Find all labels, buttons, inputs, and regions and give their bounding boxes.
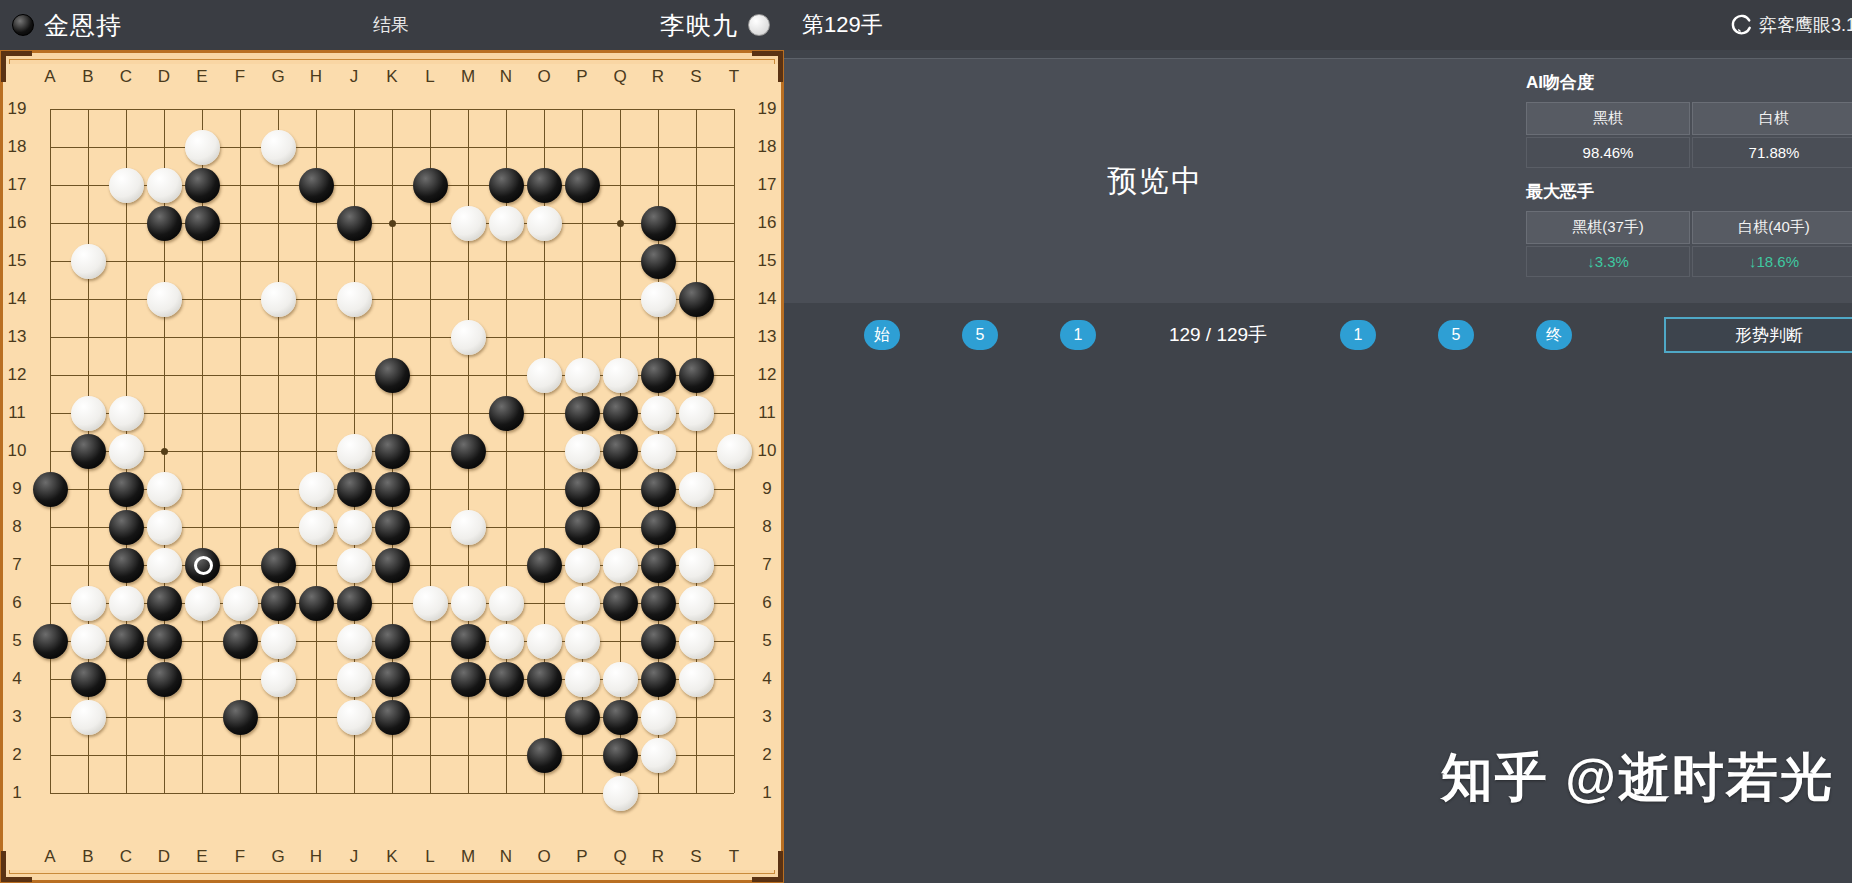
row-labels-right: 19181716151413121110987654321 <box>753 90 781 812</box>
analysis-panel: 第129手 弈客鹰眼3.1 预览中 AI吻合度 黑棋 白棋 98.46% 71.… <box>784 0 1852 883</box>
stone-black[interactable] <box>527 548 562 583</box>
stone-white[interactable] <box>109 396 144 431</box>
stone-black[interactable] <box>565 168 600 203</box>
preview-box: 预览中 AI吻合度 黑棋 白棋 98.46% 71.88% 最大恶手 黑棋(37… <box>784 58 1852 303</box>
nav-to-end-button[interactable]: 终 <box>1536 320 1572 350</box>
stone-white[interactable] <box>71 624 106 659</box>
stone-white[interactable] <box>261 662 296 697</box>
stone-black[interactable] <box>527 738 562 773</box>
row-label: 6 <box>3 584 31 622</box>
preview-status-text: 预览中 <box>1107 161 1203 202</box>
column-label: P <box>563 844 601 870</box>
stone-black[interactable] <box>375 510 410 545</box>
column-label: A <box>31 844 69 870</box>
stone-black[interactable] <box>299 168 334 203</box>
column-label: J <box>335 844 373 870</box>
star-point <box>617 220 624 227</box>
stone-black[interactable] <box>109 472 144 507</box>
black-player-name: 金恩持 <box>44 9 122 42</box>
stone-white[interactable] <box>337 700 372 735</box>
column-label: L <box>411 64 449 90</box>
row-label: 16 <box>753 204 781 242</box>
stone-black[interactable] <box>413 168 448 203</box>
stone-white[interactable] <box>603 548 638 583</box>
column-label: E <box>183 64 221 90</box>
stone-black[interactable] <box>603 434 638 469</box>
row-label: 3 <box>3 698 31 736</box>
app-window: 金恩持 结果 李映九 ABCDEFGHJKLMNOPQRST ABCDEFGHJ… <box>0 0 1852 883</box>
stone-black[interactable] <box>185 168 220 203</box>
stone-white[interactable] <box>147 510 182 545</box>
stone-black[interactable] <box>109 624 144 659</box>
worst-move-white-value: ↓18.6% <box>1692 246 1852 277</box>
stone-black[interactable] <box>565 510 600 545</box>
white-player-name: 李映九 <box>660 9 738 42</box>
stone-white[interactable] <box>451 206 486 241</box>
row-label: 6 <box>753 584 781 622</box>
stone-black[interactable] <box>565 700 600 735</box>
stone-white[interactable] <box>337 624 372 659</box>
row-label: 1 <box>3 774 31 812</box>
engine-name: 弈客鹰眼3.1 <box>1759 13 1852 37</box>
worst-move-col-black: 黑棋(37手) <box>1526 211 1690 244</box>
worst-move-black-value: ↓3.3% <box>1526 246 1690 277</box>
stone-black[interactable] <box>375 358 410 393</box>
ai-match-table: 黑棋 白棋 98.46% 71.88% <box>1526 102 1852 168</box>
stone-white[interactable] <box>679 662 714 697</box>
column-label: N <box>487 64 525 90</box>
stone-white[interactable] <box>185 130 220 165</box>
move-number-label: 第129手 <box>802 10 883 40</box>
stone-white[interactable] <box>717 434 752 469</box>
column-label: A <box>31 64 69 90</box>
row-label: 2 <box>3 736 31 774</box>
stone-white[interactable] <box>109 434 144 469</box>
board-panel: 金恩持 结果 李映九 ABCDEFGHJKLMNOPQRST ABCDEFGHJ… <box>0 0 784 883</box>
column-labels-bottom: ABCDEFGHJKLMNOPQRST <box>31 844 753 870</box>
row-label: 12 <box>3 356 31 394</box>
stone-white[interactable] <box>147 548 182 583</box>
ai-match-black-value: 98.46% <box>1526 137 1690 168</box>
worst-move-table: 黑棋(37手) 白棋(40手) ↓3.3% ↓18.6% <box>1526 211 1852 277</box>
preview-area: 预览中 <box>784 59 1526 303</box>
row-label: 13 <box>753 318 781 356</box>
stone-black[interactable] <box>641 510 676 545</box>
stone-white[interactable] <box>337 434 372 469</box>
stone-black[interactable] <box>223 700 258 735</box>
stone-white[interactable] <box>337 510 372 545</box>
stone-white[interactable] <box>71 586 106 621</box>
stone-white[interactable] <box>565 358 600 393</box>
row-label: 13 <box>3 318 31 356</box>
worst-move-col-white: 白棋(40手) <box>1692 211 1852 244</box>
stone-white[interactable] <box>489 586 524 621</box>
stone-white[interactable] <box>261 130 296 165</box>
stone-black[interactable] <box>337 586 372 621</box>
stone-black[interactable] <box>375 700 410 735</box>
stone-white[interactable] <box>679 548 714 583</box>
stone-white[interactable] <box>603 358 638 393</box>
row-label: 9 <box>753 470 781 508</box>
row-labels-left: 19181716151413121110987654321 <box>3 90 31 812</box>
row-label: 3 <box>753 698 781 736</box>
column-labels-top: ABCDEFGHJKLMNOPQRST <box>31 64 753 90</box>
stone-black[interactable] <box>603 396 638 431</box>
nav-back-1-button[interactable]: 1 <box>1060 320 1096 350</box>
stone-black[interactable] <box>33 472 68 507</box>
column-label: R <box>639 844 677 870</box>
stone-black[interactable] <box>375 472 410 507</box>
stone-white[interactable] <box>641 700 676 735</box>
stone-white[interactable] <box>565 434 600 469</box>
white-stone-icon <box>748 14 770 36</box>
stone-white[interactable] <box>641 738 676 773</box>
row-label: 4 <box>3 660 31 698</box>
stone-black[interactable] <box>489 168 524 203</box>
column-label: R <box>639 64 677 90</box>
column-label: M <box>449 64 487 90</box>
column-label: T <box>715 844 753 870</box>
stone-black[interactable] <box>641 586 676 621</box>
frame-corner-ornament <box>1 51 32 82</box>
stone-white[interactable] <box>261 282 296 317</box>
row-label: 15 <box>3 242 31 280</box>
stone-white[interactable] <box>603 662 638 697</box>
stone-black[interactable] <box>603 738 638 773</box>
stone-black[interactable] <box>223 624 258 659</box>
stone-white[interactable] <box>603 776 638 811</box>
column-label: J <box>335 64 373 90</box>
ai-match-title: AI吻合度 <box>1526 71 1852 94</box>
column-label: H <box>297 64 335 90</box>
column-label: M <box>449 844 487 870</box>
column-label: Q <box>601 64 639 90</box>
row-label: 17 <box>753 166 781 204</box>
stone-black[interactable] <box>147 586 182 621</box>
ai-match-col-black: 黑棋 <box>1526 102 1690 135</box>
frame-corner-ornament <box>1 851 32 882</box>
black-stone-icon <box>12 14 34 36</box>
players-bar: 金恩持 结果 李映九 <box>0 0 784 50</box>
engine-brand: 弈客鹰眼3.1 <box>1730 13 1852 37</box>
stone-black[interactable] <box>641 206 676 241</box>
board-frame: ABCDEFGHJKLMNOPQRST ABCDEFGHJKLMNOPQRST … <box>0 50 784 883</box>
stone-black[interactable] <box>641 244 676 279</box>
column-label: C <box>107 844 145 870</box>
stone-white[interactable] <box>565 586 600 621</box>
stone-black[interactable] <box>261 548 296 583</box>
stone-black[interactable] <box>565 472 600 507</box>
row-label: 11 <box>3 394 31 432</box>
stone-black[interactable] <box>527 662 562 697</box>
stone-white[interactable] <box>337 548 372 583</box>
row-label: 7 <box>753 546 781 584</box>
stone-white[interactable] <box>565 548 600 583</box>
column-label: F <box>221 844 259 870</box>
nav-forward-1-button[interactable]: 1 <box>1340 320 1376 350</box>
stone-black[interactable] <box>641 662 676 697</box>
analysis-header: 第129手 弈客鹰眼3.1 <box>784 0 1852 50</box>
nav-forward-5-button[interactable]: 5 <box>1438 320 1474 350</box>
column-label: K <box>373 844 411 870</box>
stone-white[interactable] <box>565 624 600 659</box>
row-label: 18 <box>753 128 781 166</box>
goban-with-coordinates: ABCDEFGHJKLMNOPQRST ABCDEFGHJKLMNOPQRST … <box>3 64 781 870</box>
stone-black-last-move[interactable] <box>185 548 220 583</box>
move-counter: 129 / 129手 <box>1158 322 1278 348</box>
stone-black[interactable] <box>337 206 372 241</box>
stone-white[interactable] <box>679 472 714 507</box>
stone-white[interactable] <box>565 662 600 697</box>
row-label: 15 <box>753 242 781 280</box>
row-label: 10 <box>753 432 781 470</box>
stone-black[interactable] <box>375 548 410 583</box>
row-label: 19 <box>753 90 781 128</box>
ai-stats: AI吻合度 黑棋 白棋 98.46% 71.88% 最大恶手 黑棋(37手) 白… <box>1526 59 1852 303</box>
watermark: 知乎 @逝时若光 <box>1441 743 1834 813</box>
stone-white[interactable] <box>223 586 258 621</box>
row-label: 10 <box>3 432 31 470</box>
column-label: F <box>221 64 259 90</box>
stone-white[interactable] <box>337 662 372 697</box>
result-label[interactable]: 结果 <box>122 13 660 37</box>
move-navigation: 始 5 1 129 / 129手 1 5 终 形势判断 <box>784 303 1852 367</box>
stone-black[interactable] <box>603 700 638 735</box>
row-label: 11 <box>753 394 781 432</box>
stone-white[interactable] <box>185 586 220 621</box>
stone-black[interactable] <box>109 548 144 583</box>
stone-white[interactable] <box>299 510 334 545</box>
row-label: 17 <box>3 166 31 204</box>
stone-black[interactable] <box>641 358 676 393</box>
row-label: 4 <box>753 660 781 698</box>
stone-black[interactable] <box>603 586 638 621</box>
column-label: C <box>107 64 145 90</box>
stone-white[interactable] <box>527 206 562 241</box>
row-label: 1 <box>753 774 781 812</box>
column-label: N <box>487 844 525 870</box>
column-label: G <box>259 844 297 870</box>
stone-black[interactable] <box>489 396 524 431</box>
row-label: 5 <box>3 622 31 660</box>
stone-black[interactable] <box>71 662 106 697</box>
star-point <box>389 220 396 227</box>
frame-corner-ornament <box>752 851 783 882</box>
stone-black[interactable] <box>489 662 524 697</box>
stone-black[interactable] <box>451 662 486 697</box>
last-move-marker <box>194 556 213 575</box>
stone-white[interactable] <box>109 168 144 203</box>
column-label: T <box>715 64 753 90</box>
column-label: S <box>677 844 715 870</box>
column-label: S <box>677 64 715 90</box>
stone-black[interactable] <box>375 434 410 469</box>
row-label: 14 <box>753 280 781 318</box>
stone-black[interactable] <box>565 396 600 431</box>
stone-black[interactable] <box>527 168 562 203</box>
row-label: 18 <box>3 128 31 166</box>
nav-back-5-button[interactable]: 5 <box>962 320 998 350</box>
row-label: 8 <box>3 508 31 546</box>
column-label: G <box>259 64 297 90</box>
eagle-eye-icon <box>1730 14 1752 36</box>
stone-white[interactable] <box>641 282 676 317</box>
stone-white[interactable] <box>71 244 106 279</box>
grid-vline <box>430 109 431 793</box>
stone-white[interactable] <box>451 510 486 545</box>
column-label: H <box>297 844 335 870</box>
column-label: L <box>411 844 449 870</box>
nav-to-start-button[interactable]: 始 <box>864 320 900 350</box>
stone-white[interactable] <box>679 396 714 431</box>
row-label: 16 <box>3 204 31 242</box>
stone-white[interactable] <box>261 624 296 659</box>
stone-black[interactable] <box>185 206 220 241</box>
stone-black[interactable] <box>641 472 676 507</box>
stone-white[interactable] <box>641 434 676 469</box>
stone-black[interactable] <box>375 624 410 659</box>
row-label: 8 <box>753 508 781 546</box>
stone-white[interactable] <box>679 624 714 659</box>
stone-white[interactable] <box>71 396 106 431</box>
row-label: 14 <box>3 280 31 318</box>
column-label: D <box>145 844 183 870</box>
column-label: B <box>69 64 107 90</box>
stone-black[interactable] <box>451 624 486 659</box>
goban[interactable] <box>31 90 753 812</box>
row-label: 9 <box>3 470 31 508</box>
stone-black[interactable] <box>299 586 334 621</box>
stone-black[interactable] <box>679 358 714 393</box>
stone-white[interactable] <box>71 700 106 735</box>
stone-white[interactable] <box>109 586 144 621</box>
worst-move-title: 最大恶手 <box>1526 180 1852 203</box>
stone-white[interactable] <box>489 624 524 659</box>
column-label: Q <box>601 844 639 870</box>
ai-match-col-white: 白棋 <box>1692 102 1852 135</box>
column-label: O <box>525 844 563 870</box>
column-label: D <box>145 64 183 90</box>
row-label: 19 <box>3 90 31 128</box>
frame-corner-ornament <box>752 51 783 82</box>
stone-white[interactable] <box>527 624 562 659</box>
star-point <box>161 448 168 455</box>
stone-black[interactable] <box>109 510 144 545</box>
column-label: B <box>69 844 107 870</box>
stone-black[interactable] <box>451 434 486 469</box>
stone-black[interactable] <box>679 282 714 317</box>
stone-black[interactable] <box>261 586 296 621</box>
stone-white[interactable] <box>147 282 182 317</box>
stone-white[interactable] <box>527 358 562 393</box>
column-label: E <box>183 844 221 870</box>
stone-black[interactable] <box>147 206 182 241</box>
stone-black[interactable] <box>147 624 182 659</box>
stone-white[interactable] <box>147 472 182 507</box>
stone-black[interactable] <box>641 548 676 583</box>
column-label: K <box>373 64 411 90</box>
stone-white[interactable] <box>147 168 182 203</box>
stone-white[interactable] <box>451 586 486 621</box>
stone-black[interactable] <box>375 662 410 697</box>
stone-black[interactable] <box>147 662 182 697</box>
row-label: 12 <box>753 356 781 394</box>
stone-white[interactable] <box>299 472 334 507</box>
row-label: 5 <box>753 622 781 660</box>
row-label: 2 <box>753 736 781 774</box>
stone-black[interactable] <box>33 624 68 659</box>
stone-white[interactable] <box>679 586 714 621</box>
stone-white[interactable] <box>337 282 372 317</box>
column-label: P <box>563 64 601 90</box>
stone-white[interactable] <box>641 396 676 431</box>
ai-match-white-value: 71.88% <box>1692 137 1852 168</box>
stone-white[interactable] <box>413 586 448 621</box>
stone-white[interactable] <box>489 206 524 241</box>
column-label: O <box>525 64 563 90</box>
stone-black[interactable] <box>71 434 106 469</box>
stone-black[interactable] <box>337 472 372 507</box>
stone-white[interactable] <box>451 320 486 355</box>
territory-judge-button[interactable]: 形势判断 <box>1664 317 1852 353</box>
stone-black[interactable] <box>641 624 676 659</box>
row-label: 7 <box>3 546 31 584</box>
